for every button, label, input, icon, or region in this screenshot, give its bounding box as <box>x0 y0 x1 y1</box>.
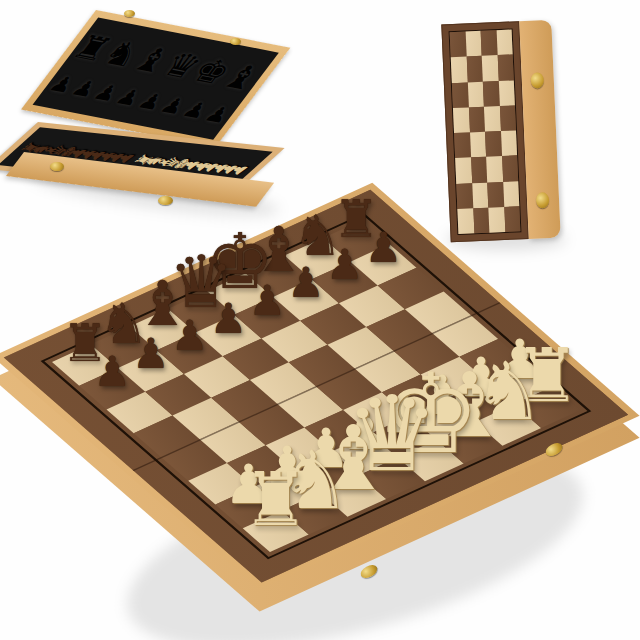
folded-square <box>470 132 487 158</box>
folded-square <box>498 80 515 106</box>
folded-square <box>450 32 467 58</box>
folded-square <box>501 130 518 156</box>
folded-square <box>451 57 468 83</box>
box-clasp-left <box>50 162 64 171</box>
folded-board-face <box>441 21 528 242</box>
folded-square <box>473 207 490 233</box>
folded-square <box>482 55 499 81</box>
folded-square <box>483 81 500 107</box>
folded-square <box>484 106 501 132</box>
folded-square <box>453 107 470 133</box>
folded-square <box>486 156 503 182</box>
folded-square <box>466 56 483 82</box>
folded-square <box>499 105 516 131</box>
folded-clasp-bottom <box>536 192 550 209</box>
lid-cutout: ♜ <box>276 71 279 107</box>
folded-square <box>457 208 474 234</box>
folded-square <box>496 29 513 55</box>
folded-square <box>452 82 469 108</box>
folded-square <box>455 158 472 184</box>
folded-square <box>504 206 521 232</box>
folded-square <box>471 157 488 183</box>
product-photo-chess-set: { "game": "chess", "position": { "fen": … <box>0 0 640 640</box>
lid-foam-insert: ♜♞♝♛♚♝♞♜ ♟♟♟♟♟♟♟♟ <box>33 18 279 140</box>
folded-square <box>488 207 505 233</box>
folded-square <box>481 30 498 56</box>
folded-square <box>497 55 514 81</box>
box-clasp-right <box>158 196 173 205</box>
folded-square <box>467 81 484 107</box>
folded-square <box>465 31 482 57</box>
folded-square <box>503 181 520 207</box>
folded-square <box>454 132 471 158</box>
folded-board <box>441 20 562 243</box>
folded-square <box>502 156 519 182</box>
folded-square <box>468 107 485 133</box>
box-hinge-left <box>124 10 135 17</box>
folded-square <box>456 183 473 209</box>
folded-square <box>487 182 504 208</box>
folded-square <box>472 182 489 208</box>
folded-square <box>485 131 502 157</box>
folded-clasp-top <box>530 72 544 89</box>
folded-board-grid <box>449 28 522 235</box>
box-hinge-right <box>230 38 241 45</box>
